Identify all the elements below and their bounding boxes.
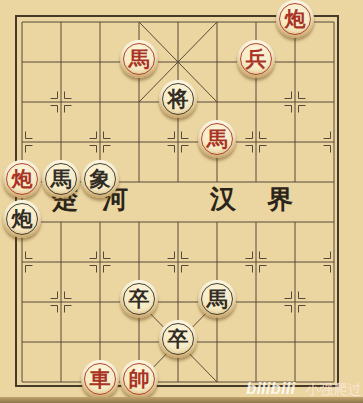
piece-red-horse[interactable]: 馬 <box>198 120 236 158</box>
piece-glyph: 卒 <box>159 320 197 358</box>
watermark: bilibili 小强爬过 <box>246 379 362 399</box>
piece-glyph: 帥 <box>120 360 158 398</box>
piece-glyph: 兵 <box>237 40 275 78</box>
piece-glyph: 馬 <box>120 40 158 78</box>
bilibili-logo: bilibili <box>246 379 295 398</box>
piece-glyph: 卒 <box>120 280 158 318</box>
piece-black-general[interactable]: 将 <box>159 80 197 118</box>
piece-red-cannon[interactable]: 炮 <box>3 160 41 198</box>
piece-red-cannon[interactable]: 炮 <box>276 0 314 38</box>
xiangqi-board[interactable]: 楚河 汉界 炮馬兵将馬炮馬象炮卒馬卒車帥 bilibili 小强爬过 <box>0 0 363 403</box>
piece-glyph: 炮 <box>3 200 41 238</box>
watermark-text: 小强爬过 <box>306 381 362 397</box>
piece-glyph: 馬 <box>198 120 236 158</box>
piece-black-horse[interactable]: 馬 <box>42 160 80 198</box>
pieces-layer[interactable]: 炮馬兵将馬炮馬象炮卒馬卒車帥 <box>0 0 363 403</box>
piece-black-soldier[interactable]: 卒 <box>159 320 197 358</box>
piece-glyph: 象 <box>81 160 119 198</box>
piece-red-horse[interactable]: 馬 <box>120 40 158 78</box>
piece-glyph: 馬 <box>198 280 236 318</box>
piece-glyph: 車 <box>81 360 119 398</box>
piece-black-elephant[interactable]: 象 <box>81 160 119 198</box>
piece-glyph: 炮 <box>3 160 41 198</box>
piece-black-horse[interactable]: 馬 <box>198 280 236 318</box>
piece-black-cannon[interactable]: 炮 <box>3 200 41 238</box>
piece-red-chariot[interactable]: 車 <box>81 360 119 398</box>
piece-black-soldier[interactable]: 卒 <box>120 280 158 318</box>
piece-red-general[interactable]: 帥 <box>120 360 158 398</box>
piece-glyph: 馬 <box>42 160 80 198</box>
piece-red-soldier[interactable]: 兵 <box>237 40 275 78</box>
piece-glyph: 将 <box>159 80 197 118</box>
piece-glyph: 炮 <box>276 0 314 38</box>
